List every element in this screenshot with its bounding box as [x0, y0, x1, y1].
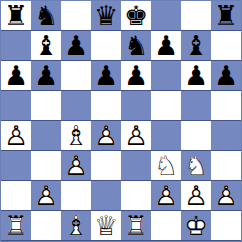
square-h5[interactable] — [211, 91, 241, 121]
square-d7[interactable] — [91, 31, 121, 61]
square-c6[interactable] — [61, 61, 91, 91]
black-knight-piece: ♞ — [31, 1, 61, 31]
black-pawn-piece: ♟ — [31, 61, 61, 91]
square-c3[interactable]: ♟♙ — [61, 151, 91, 181]
square-g3[interactable]: ♞♘ — [181, 151, 211, 181]
square-h2[interactable]: ♟♙ — [211, 181, 241, 211]
square-f4[interactable] — [151, 121, 181, 151]
white-pawn-piece: ♟♙ — [31, 181, 61, 211]
black-pawn-piece: ♟ — [211, 61, 241, 91]
square-f3[interactable]: ♞♘ — [151, 151, 181, 181]
square-c2[interactable] — [61, 181, 91, 211]
white-knight-piece: ♞♘ — [151, 151, 181, 181]
black-pawn-piece: ♟ — [91, 61, 121, 91]
white-pawn-piece: ♟♙ — [181, 181, 211, 211]
square-d4[interactable]: ♟♙ — [91, 121, 121, 151]
black-rook-piece: ♜ — [211, 1, 241, 31]
square-b8[interactable]: ♞ — [31, 1, 61, 31]
square-d8[interactable]: ♛ — [91, 1, 121, 31]
square-d6[interactable]: ♟ — [91, 61, 121, 91]
square-e8[interactable]: ♚ — [121, 1, 151, 31]
square-e3[interactable] — [121, 151, 151, 181]
square-b4[interactable] — [31, 121, 61, 151]
square-h4[interactable] — [211, 121, 241, 151]
black-knight-piece: ♞ — [121, 31, 151, 61]
square-d5[interactable] — [91, 91, 121, 121]
square-c5[interactable] — [61, 91, 91, 121]
square-g7[interactable]: ♝ — [181, 31, 211, 61]
black-king-piece: ♚ — [121, 1, 151, 31]
square-f6[interactable] — [151, 61, 181, 91]
white-king-piece: ♚♔ — [181, 211, 211, 241]
white-knight-piece: ♞♘ — [181, 151, 211, 181]
square-h6[interactable]: ♟ — [211, 61, 241, 91]
black-queen-piece: ♛ — [91, 1, 121, 31]
square-e2[interactable] — [121, 181, 151, 211]
square-f7[interactable]: ♟ — [151, 31, 181, 61]
square-d3[interactable] — [91, 151, 121, 181]
square-c4[interactable]: ♝♗ — [61, 121, 91, 151]
square-e6[interactable]: ♟ — [121, 61, 151, 91]
white-pawn-piece: ♟♙ — [1, 121, 31, 151]
square-f2[interactable]: ♟♙ — [151, 181, 181, 211]
white-rook-piece: ♜♖ — [1, 211, 31, 241]
black-rook-piece: ♜ — [1, 1, 31, 31]
square-a8[interactable]: ♜ — [1, 1, 31, 31]
square-e4[interactable]: ♟♙ — [121, 121, 151, 151]
white-bishop-piece: ♝♗ — [61, 211, 91, 241]
square-a4[interactable]: ♟♙ — [1, 121, 31, 151]
chess-board-container: ♜♞♛♚♜♝♟♞♟♝♟♟♟♟♟♟♟♙♝♗♟♙♟♙♟♙♞♘♞♘♟♙♟♙♟♙♟♙♜♖… — [0, 0, 242, 242]
black-pawn-piece: ♟ — [151, 31, 181, 61]
black-pawn-piece: ♟ — [181, 61, 211, 91]
square-a3[interactable] — [1, 151, 31, 181]
chess-board: ♜♞♛♚♜♝♟♞♟♝♟♟♟♟♟♟♟♙♝♗♟♙♟♙♟♙♞♘♞♘♟♙♟♙♟♙♟♙♜♖… — [0, 0, 242, 242]
white-pawn-piece: ♟♙ — [121, 121, 151, 151]
square-g2[interactable]: ♟♙ — [181, 181, 211, 211]
white-queen-piece: ♛♕ — [91, 211, 121, 241]
black-bishop-piece: ♝ — [31, 31, 61, 61]
square-b7[interactable]: ♝ — [31, 31, 61, 61]
square-d1[interactable]: ♛♕ — [91, 211, 121, 241]
square-a6[interactable]: ♟ — [1, 61, 31, 91]
square-a5[interactable] — [1, 91, 31, 121]
black-pawn-piece: ♟ — [121, 61, 151, 91]
square-h1[interactable] — [211, 211, 241, 241]
black-pawn-piece: ♟ — [61, 31, 91, 61]
square-f1[interactable] — [151, 211, 181, 241]
square-d2[interactable] — [91, 181, 121, 211]
square-a1[interactable]: ♜♖ — [1, 211, 31, 241]
square-h3[interactable] — [211, 151, 241, 181]
square-e5[interactable] — [121, 91, 151, 121]
square-g1[interactable]: ♚♔ — [181, 211, 211, 241]
square-g8[interactable] — [181, 1, 211, 31]
square-f5[interactable] — [151, 91, 181, 121]
square-c7[interactable]: ♟ — [61, 31, 91, 61]
white-rook-piece: ♜♖ — [121, 211, 151, 241]
square-b5[interactable] — [31, 91, 61, 121]
square-b3[interactable] — [31, 151, 61, 181]
black-pawn-piece: ♟ — [1, 61, 31, 91]
white-pawn-piece: ♟♙ — [211, 181, 241, 211]
square-b6[interactable]: ♟ — [31, 61, 61, 91]
square-c8[interactable] — [61, 1, 91, 31]
square-b1[interactable] — [31, 211, 61, 241]
square-b2[interactable]: ♟♙ — [31, 181, 61, 211]
square-g6[interactable]: ♟ — [181, 61, 211, 91]
white-bishop-piece: ♝♗ — [61, 121, 91, 151]
square-g4[interactable] — [181, 121, 211, 151]
square-h8[interactable]: ♜ — [211, 1, 241, 31]
square-e7[interactable]: ♞ — [121, 31, 151, 61]
square-f8[interactable] — [151, 1, 181, 31]
square-c1[interactable]: ♝♗ — [61, 211, 91, 241]
square-g5[interactable] — [181, 91, 211, 121]
white-pawn-piece: ♟♙ — [61, 151, 91, 181]
white-pawn-piece: ♟♙ — [91, 121, 121, 151]
black-bishop-piece: ♝ — [181, 31, 211, 61]
white-pawn-piece: ♟♙ — [151, 181, 181, 211]
square-a2[interactable] — [1, 181, 31, 211]
square-h7[interactable] — [211, 31, 241, 61]
square-e1[interactable]: ♜♖ — [121, 211, 151, 241]
square-a7[interactable] — [1, 31, 31, 61]
